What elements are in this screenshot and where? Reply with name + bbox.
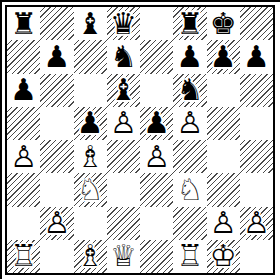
- square-f1: ♜♖: [173, 240, 206, 273]
- piece-glyph: ♝: [77, 9, 104, 39]
- square-h6: [240, 74, 273, 107]
- piece-glyph: ♜: [176, 9, 203, 39]
- square-g8: ♚♚: [207, 7, 240, 40]
- square-f7: ♟♟: [173, 40, 206, 73]
- white-pawn-g2: ♟♙: [207, 207, 240, 240]
- square-a4: ♟♙: [7, 140, 40, 173]
- black-rook-a8: ♜♜: [7, 7, 40, 40]
- piece-glyph: ♗: [77, 241, 104, 271]
- square-d2: [107, 207, 140, 240]
- piece-glyph: ♚: [210, 9, 237, 39]
- square-e1: [140, 240, 173, 273]
- black-king-g8: ♚♚: [207, 7, 240, 40]
- square-g5: [207, 107, 240, 140]
- piece-glyph: ♙: [243, 208, 270, 238]
- square-g4: [207, 140, 240, 173]
- square-d8: ♛♛: [107, 7, 140, 40]
- black-pawn-c5: ♟♟: [74, 107, 107, 140]
- square-b5: [40, 107, 73, 140]
- piece-glyph: ♕: [110, 241, 137, 271]
- piece-glyph: ♙: [110, 108, 137, 138]
- white-knight-f3: ♞♘: [173, 173, 206, 206]
- square-f2: [173, 207, 206, 240]
- square-c3: ♞♘: [74, 173, 107, 206]
- square-h1: [240, 240, 273, 273]
- square-f3: ♞♘: [173, 173, 206, 206]
- square-b6: [40, 74, 73, 107]
- black-queen-d8: ♛♛: [107, 7, 140, 40]
- square-h5: [240, 107, 273, 140]
- black-pawn-f7: ♟♟: [173, 40, 206, 73]
- square-c7: [74, 40, 107, 73]
- piece-glyph: ♙: [210, 208, 237, 238]
- square-e7: [140, 40, 173, 73]
- square-e8: [140, 7, 173, 40]
- square-d7: ♞♞: [107, 40, 140, 73]
- square-c8: ♝♝: [74, 7, 107, 40]
- square-g1: ♚♔: [207, 240, 240, 273]
- piece-glyph: ♝: [110, 75, 137, 105]
- square-h8: [240, 7, 273, 40]
- square-b7: ♟♟: [40, 40, 73, 73]
- square-d1: ♛♕: [107, 240, 140, 273]
- square-f6: ♞♞: [173, 74, 206, 107]
- piece-glyph: ♟: [77, 108, 104, 138]
- white-pawn-f5: ♟♙: [173, 107, 206, 140]
- white-pawn-h2: ♟♙: [240, 207, 273, 240]
- square-e3: [140, 173, 173, 206]
- black-pawn-e5: ♟♟: [140, 107, 173, 140]
- square-c2: [74, 207, 107, 240]
- square-b1: [40, 240, 73, 273]
- square-b2: ♟♙: [40, 207, 73, 240]
- white-queen-d1: ♛♕: [107, 240, 140, 273]
- square-c6: [74, 74, 107, 107]
- square-h7: ♟♟: [240, 40, 273, 73]
- square-d6: ♝♝: [107, 74, 140, 107]
- piece-glyph: ♟: [176, 42, 203, 72]
- piece-glyph: ♟: [43, 42, 70, 72]
- piece-glyph: ♙: [10, 142, 37, 172]
- piece-glyph: ♟: [210, 42, 237, 72]
- square-c5: ♟♟: [74, 107, 107, 140]
- piece-glyph: ♖: [10, 241, 37, 271]
- black-rook-f8: ♜♜: [173, 7, 206, 40]
- piece-glyph: ♔: [210, 241, 237, 271]
- square-a7: [7, 40, 40, 73]
- piece-glyph: ♖: [176, 241, 203, 271]
- square-g2: ♟♙: [207, 207, 240, 240]
- black-knight-f6: ♞♞: [173, 74, 206, 107]
- square-a6: ♟♟: [7, 74, 40, 107]
- square-d3: [107, 173, 140, 206]
- square-d4: [107, 140, 140, 173]
- black-pawn-b7: ♟♟: [40, 40, 73, 73]
- piece-glyph: ♘: [176, 175, 203, 205]
- piece-glyph: ♞: [110, 42, 137, 72]
- piece-glyph: ♙: [176, 108, 203, 138]
- white-pawn-d5: ♟♙: [107, 107, 140, 140]
- square-c1: ♝♗: [74, 240, 107, 273]
- square-a3: [7, 173, 40, 206]
- piece-glyph: ♘: [77, 175, 104, 205]
- chess-board: ♜♜♝♝♛♛♜♜♚♚♟♟♞♞♟♟♟♟♟♟♟♟♝♝♞♞♟♟♟♙♟♟♟♙♟♙♝♗♟♙…: [5, 5, 275, 275]
- square-b8: [40, 7, 73, 40]
- white-pawn-e4: ♟♙: [140, 140, 173, 173]
- square-h3: [240, 173, 273, 206]
- square-g3: [207, 173, 240, 206]
- square-f5: ♟♙: [173, 107, 206, 140]
- white-pawn-b2: ♟♙: [40, 207, 73, 240]
- piece-glyph: ♜: [10, 9, 37, 39]
- square-g6: [207, 74, 240, 107]
- square-g7: ♟♟: [207, 40, 240, 73]
- square-f4: [173, 140, 206, 173]
- square-a1: ♜♖: [7, 240, 40, 273]
- white-pawn-a4: ♟♙: [7, 140, 40, 173]
- square-a2: [7, 207, 40, 240]
- piece-glyph: ♙: [143, 142, 170, 172]
- square-h4: [240, 140, 273, 173]
- black-pawn-h7: ♟♟: [240, 40, 273, 73]
- piece-glyph: ♟: [243, 42, 270, 72]
- square-b3: [40, 173, 73, 206]
- square-f8: ♜♜: [173, 7, 206, 40]
- white-knight-c3: ♞♘: [74, 173, 107, 206]
- square-a5: [7, 107, 40, 140]
- black-pawn-a6: ♟♟: [7, 74, 40, 107]
- piece-glyph: ♞: [176, 75, 203, 105]
- white-rook-a1: ♜♖: [7, 240, 40, 273]
- square-e6: [140, 74, 173, 107]
- white-king-g1: ♚♔: [207, 240, 240, 273]
- piece-glyph: ♗: [77, 142, 104, 172]
- piece-glyph: ♟: [10, 75, 37, 105]
- chess-diagram: ♜♜♝♝♛♛♜♜♚♚♟♟♞♞♟♟♟♟♟♟♟♟♝♝♞♞♟♟♟♙♟♟♟♙♟♙♝♗♟♙…: [0, 0, 280, 279]
- square-c4: ♝♗: [74, 140, 107, 173]
- square-a8: ♜♜: [7, 7, 40, 40]
- piece-glyph: ♛: [110, 9, 137, 39]
- square-h2: ♟♙: [240, 207, 273, 240]
- black-bishop-c8: ♝♝: [74, 7, 107, 40]
- square-d5: ♟♙: [107, 107, 140, 140]
- piece-glyph: ♟: [143, 108, 170, 138]
- black-bishop-d6: ♝♝: [107, 74, 140, 107]
- square-e4: ♟♙: [140, 140, 173, 173]
- white-bishop-c1: ♝♗: [74, 240, 107, 273]
- black-knight-d7: ♞♞: [107, 40, 140, 73]
- piece-glyph: ♙: [43, 208, 70, 238]
- black-pawn-g7: ♟♟: [207, 40, 240, 73]
- square-e5: ♟♟: [140, 107, 173, 140]
- square-b4: [40, 140, 73, 173]
- square-e2: [140, 207, 173, 240]
- white-bishop-c4: ♝♗: [74, 140, 107, 173]
- white-rook-f1: ♜♖: [173, 240, 206, 273]
